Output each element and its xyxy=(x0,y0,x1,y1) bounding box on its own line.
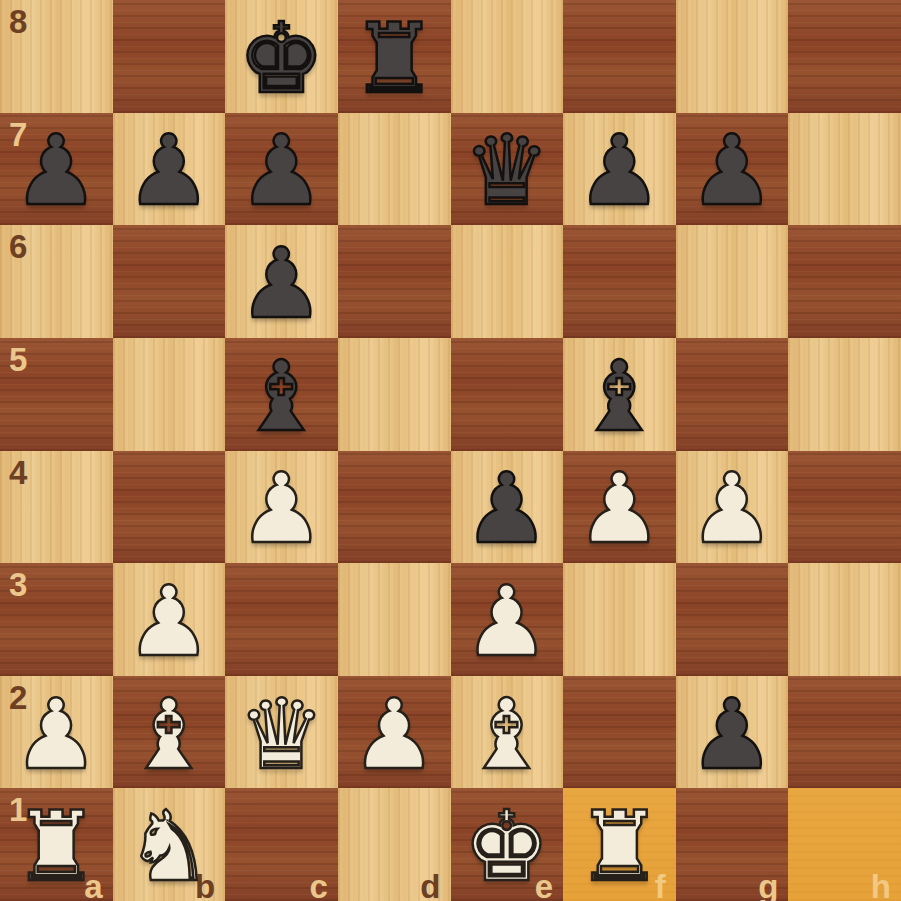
square-g7[interactable]: ♟ xyxy=(676,113,789,226)
square-h3[interactable] xyxy=(788,563,901,676)
white-king-e1[interactable]: ♚ xyxy=(463,798,550,895)
square-g1[interactable]: g xyxy=(676,788,789,901)
square-b7[interactable]: ♟ xyxy=(113,113,226,226)
file-label-d: d xyxy=(420,870,440,901)
square-b3[interactable]: ♟ xyxy=(113,563,226,676)
square-d7[interactable] xyxy=(338,113,451,226)
square-f4[interactable]: ♟ xyxy=(563,451,676,564)
square-g2[interactable]: ♟ xyxy=(676,676,789,789)
square-f1[interactable]: f♜ xyxy=(563,788,676,901)
file-label-c: c xyxy=(310,870,328,901)
square-b8[interactable] xyxy=(113,0,226,113)
square-g4[interactable]: ♟ xyxy=(676,451,789,564)
square-b1[interactable]: b♞ xyxy=(113,788,226,901)
square-f3[interactable] xyxy=(563,563,676,676)
square-h2[interactable] xyxy=(788,676,901,789)
square-d5[interactable] xyxy=(338,338,451,451)
square-h6[interactable] xyxy=(788,225,901,338)
black-rook-d8[interactable]: ♜ xyxy=(351,10,438,107)
square-e7[interactable]: ♛ xyxy=(451,113,564,226)
black-king-c8[interactable]: ♚ xyxy=(238,10,325,107)
square-c2[interactable]: ♛ xyxy=(225,676,338,789)
white-pawn-d2[interactable]: ♟ xyxy=(351,686,438,783)
square-f2[interactable] xyxy=(563,676,676,789)
square-d6[interactable] xyxy=(338,225,451,338)
square-f5[interactable]: ♝ xyxy=(563,338,676,451)
white-bishop-b2[interactable]: ♝ xyxy=(125,686,212,783)
white-rook-a1[interactable]: ♜ xyxy=(13,798,100,895)
black-pawn-c7[interactable]: ♟ xyxy=(238,122,325,219)
white-pawn-b3[interactable]: ♟ xyxy=(125,573,212,670)
square-c8[interactable]: ♚ xyxy=(225,0,338,113)
square-a2[interactable]: 2♟ xyxy=(0,676,113,789)
white-rook-f1[interactable]: ♜ xyxy=(576,798,663,895)
square-g5[interactable] xyxy=(676,338,789,451)
square-c5[interactable]: ♝ xyxy=(225,338,338,451)
white-bishop-e2[interactable]: ♝ xyxy=(463,686,550,783)
square-g3[interactable] xyxy=(676,563,789,676)
square-e4[interactable]: ♟ xyxy=(451,451,564,564)
white-pawn-c4[interactable]: ♟ xyxy=(238,460,325,557)
square-e5[interactable] xyxy=(451,338,564,451)
black-pawn-g7[interactable]: ♟ xyxy=(689,122,776,219)
black-pawn-f7[interactable]: ♟ xyxy=(576,122,663,219)
chess-board: 8♚♜7♟♟♟♛♟♟6♟5♝♝4♟♟♟♟3♟♟2♟♝♛♟♝♟1a♜b♞cde♚f… xyxy=(0,0,901,901)
black-pawn-e4[interactable]: ♟ xyxy=(463,460,550,557)
square-e2[interactable]: ♝ xyxy=(451,676,564,789)
file-label-g: g xyxy=(758,870,778,901)
black-pawn-a7[interactable]: ♟ xyxy=(13,122,100,219)
square-f8[interactable] xyxy=(563,0,676,113)
white-pawn-g4[interactable]: ♟ xyxy=(689,460,776,557)
square-f6[interactable] xyxy=(563,225,676,338)
square-d1[interactable]: d xyxy=(338,788,451,901)
square-a3[interactable]: 3 xyxy=(0,563,113,676)
square-d8[interactable]: ♜ xyxy=(338,0,451,113)
rank-label-5: 5 xyxy=(9,343,27,376)
black-queen-e7[interactable]: ♛ xyxy=(463,122,550,219)
square-b6[interactable] xyxy=(113,225,226,338)
white-pawn-a2[interactable]: ♟ xyxy=(13,686,100,783)
rank-label-3: 3 xyxy=(9,568,27,601)
square-e1[interactable]: e♚ xyxy=(451,788,564,901)
square-d3[interactable] xyxy=(338,563,451,676)
square-f7[interactable]: ♟ xyxy=(563,113,676,226)
square-d2[interactable]: ♟ xyxy=(338,676,451,789)
square-h5[interactable] xyxy=(788,338,901,451)
square-b4[interactable] xyxy=(113,451,226,564)
white-pawn-e3[interactable]: ♟ xyxy=(463,573,550,670)
rank-label-4: 4 xyxy=(9,456,27,489)
square-e8[interactable] xyxy=(451,0,564,113)
rank-label-8: 8 xyxy=(9,5,27,38)
black-pawn-g2[interactable]: ♟ xyxy=(689,686,776,783)
square-a6[interactable]: 6 xyxy=(0,225,113,338)
square-e3[interactable]: ♟ xyxy=(451,563,564,676)
white-pawn-f4[interactable]: ♟ xyxy=(576,460,663,557)
square-b5[interactable] xyxy=(113,338,226,451)
square-c7[interactable]: ♟ xyxy=(225,113,338,226)
square-h4[interactable] xyxy=(788,451,901,564)
square-h7[interactable] xyxy=(788,113,901,226)
square-a4[interactable]: 4 xyxy=(0,451,113,564)
square-g6[interactable] xyxy=(676,225,789,338)
square-h1[interactable]: h xyxy=(788,788,901,901)
square-a7[interactable]: 7♟ xyxy=(0,113,113,226)
square-a5[interactable]: 5 xyxy=(0,338,113,451)
square-g8[interactable] xyxy=(676,0,789,113)
square-c6[interactable]: ♟ xyxy=(225,225,338,338)
square-c3[interactable] xyxy=(225,563,338,676)
black-bishop-c5[interactable]: ♝ xyxy=(238,348,325,445)
square-e6[interactable] xyxy=(451,225,564,338)
square-c4[interactable]: ♟ xyxy=(225,451,338,564)
square-h8[interactable] xyxy=(788,0,901,113)
file-label-h: h xyxy=(871,870,891,901)
square-d4[interactable] xyxy=(338,451,451,564)
black-pawn-b7[interactable]: ♟ xyxy=(125,122,212,219)
black-pawn-c6[interactable]: ♟ xyxy=(238,235,325,332)
white-knight-b1[interactable]: ♞ xyxy=(125,798,212,895)
square-a8[interactable]: 8 xyxy=(0,0,113,113)
black-bishop-f5[interactable]: ♝ xyxy=(576,348,663,445)
rank-label-6: 6 xyxy=(9,230,27,263)
white-queen-c2[interactable]: ♛ xyxy=(238,686,325,783)
square-c1[interactable]: c xyxy=(225,788,338,901)
square-a1[interactable]: 1a♜ xyxy=(0,788,113,901)
square-b2[interactable]: ♝ xyxy=(113,676,226,789)
